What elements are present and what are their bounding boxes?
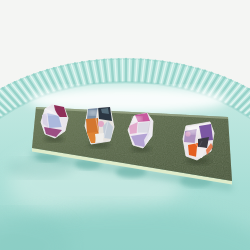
product-photo (0, 0, 250, 250)
earring-2 (85, 107, 114, 144)
scene-canvas (0, 0, 250, 250)
